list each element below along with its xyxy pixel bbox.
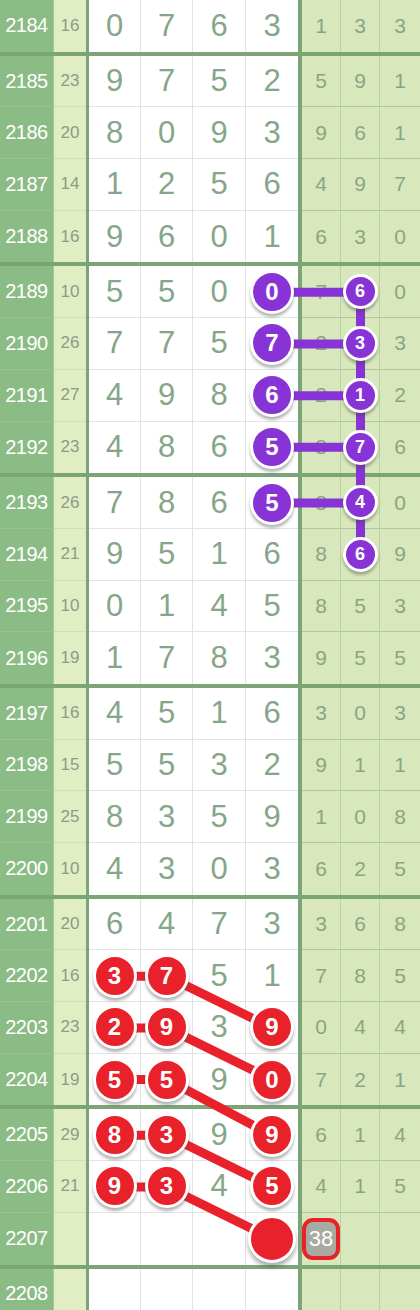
period-number-value: 2197 xyxy=(5,702,48,725)
right-digit-2: 9 xyxy=(341,56,380,108)
right-digit-1: 9 xyxy=(302,632,341,684)
main-digit-2-value: 5 xyxy=(158,274,175,310)
right-digit-1-value: 7 xyxy=(315,1068,327,1092)
right-digit-1: 7 xyxy=(302,266,341,318)
main-digit-2: 7 xyxy=(141,56,193,108)
main-digit-1: 8 xyxy=(89,791,141,843)
sum-value: 23 xyxy=(54,56,86,108)
main-digit-2-value: 6 xyxy=(158,219,175,255)
sum-value-value: 20 xyxy=(61,914,80,934)
right-digit-3-value: 7 xyxy=(394,172,406,196)
right-digit-1: 7 xyxy=(302,950,341,1002)
right-digit-3-value: 9 xyxy=(394,542,406,566)
right-digit-2: 4 xyxy=(341,477,380,529)
right-digit-2-value: 0 xyxy=(354,701,366,725)
sum-value-value: 19 xyxy=(61,1070,80,1090)
main-digit-3-value: 6 xyxy=(210,429,227,465)
sum-value: 16 xyxy=(54,688,86,740)
right-digit-3: 5 xyxy=(380,950,420,1002)
right-digit-1-value: 4 xyxy=(315,172,327,196)
period-number: 2199 xyxy=(0,791,54,843)
sum-value-value: 10 xyxy=(61,859,80,879)
main-digit-4: 5 xyxy=(246,1161,298,1213)
main-digit-4: 6 xyxy=(246,688,298,740)
period-number: 2184 xyxy=(0,0,54,52)
main-digit-3: 8 xyxy=(193,632,246,684)
main-digit-4-value: 3 xyxy=(263,851,280,887)
period-number: 2206 xyxy=(0,1161,54,1213)
main-digit-4: 0 xyxy=(246,1054,298,1106)
main-digit-2: 9 xyxy=(141,1002,193,1054)
main-digit-2: 3 xyxy=(141,1161,193,1213)
right-digit-1: 7 xyxy=(302,1054,341,1106)
right-digit-3: 0 xyxy=(380,266,420,318)
right-digit-2-value: 6 xyxy=(354,912,366,936)
right-digit-3: 1 xyxy=(380,107,420,159)
right-digit-1: 2 xyxy=(302,318,341,370)
red-circle-digit: 3 xyxy=(93,954,137,998)
right-digit-1-value: 5 xyxy=(315,69,327,93)
main-digit-1: 3 xyxy=(89,950,141,1002)
red-circle-digit: 3 xyxy=(145,1164,189,1208)
right-digit-2: 3 xyxy=(341,0,380,52)
right-digit-1: 6 xyxy=(302,1109,341,1161)
main-digit-4-value: 2 xyxy=(263,63,280,99)
right-digit-3: 9 xyxy=(380,529,420,581)
right-digit-1: 5 xyxy=(302,56,341,108)
sum-value-value: 15 xyxy=(61,755,80,775)
period-number: 2185 xyxy=(0,56,54,108)
right-digit-3-value: 2 xyxy=(394,383,406,407)
row-2204: 2204195590721 xyxy=(0,1054,420,1106)
right-digit-2: 6 xyxy=(341,899,380,951)
right-digit-1: 8 xyxy=(302,581,341,633)
main-digit-1: 4 xyxy=(89,843,141,895)
main-digit-1: 2 xyxy=(89,1002,141,1054)
right-digit-3-value: 3 xyxy=(394,331,406,355)
purple-circle-digit: 0 xyxy=(250,270,294,314)
right-digit-3: 3 xyxy=(380,581,420,633)
right-digit-1-value: 7 xyxy=(315,280,327,304)
main-digit-2: 6 xyxy=(141,211,193,263)
period-number: 2196 xyxy=(0,632,54,684)
period-number: 2194 xyxy=(0,529,54,581)
right-digit-1-value: 9 xyxy=(315,753,327,777)
main-digit-1: 6 xyxy=(89,899,141,951)
main-digit-4 xyxy=(246,1213,298,1265)
purple-circle-digit: 6 xyxy=(343,274,378,309)
main-digit-4 xyxy=(246,1269,298,1310)
right-digit-3: 3 xyxy=(380,0,420,52)
period-number-value: 2204 xyxy=(5,1068,48,1091)
period-number: 2202 xyxy=(0,950,54,1002)
right-digit-2-value: 9 xyxy=(354,172,366,196)
main-digit-3 xyxy=(193,1213,246,1265)
main-digit-1: 1 xyxy=(89,159,141,211)
period-number-value: 2186 xyxy=(5,121,48,144)
sum-value: 29 xyxy=(54,1109,86,1161)
right-digit-2: 2 xyxy=(341,843,380,895)
right-digit-2-value: 8 xyxy=(354,964,366,988)
main-digit-2-value: 5 xyxy=(158,747,175,783)
main-digit-2: 5 xyxy=(141,1054,193,1106)
right-digit-1: 3 xyxy=(302,899,341,951)
period-number: 2201 xyxy=(0,899,54,951)
sum-value: 20 xyxy=(54,899,86,951)
main-digit-1: 9 xyxy=(89,211,141,263)
right-digit-3: 3 xyxy=(380,318,420,370)
sum-value-value: 21 xyxy=(61,1176,80,1196)
main-digit-3-value: 0 xyxy=(210,274,227,310)
main-digit-3-value: 7 xyxy=(210,906,227,942)
period-number: 2197 xyxy=(0,688,54,740)
main-digit-4-value: 6 xyxy=(263,166,280,202)
period-number: 2195 xyxy=(0,581,54,633)
main-digit-4-value: 3 xyxy=(263,8,280,44)
main-digit-2: 7 xyxy=(141,632,193,684)
sum-value-value: 23 xyxy=(61,1017,80,1037)
period-number-value: 2196 xyxy=(5,647,48,670)
red-circle-digit: 9 xyxy=(250,1005,294,1049)
right-digit-1-value: 6 xyxy=(315,857,327,881)
main-digit-3-value: 8 xyxy=(210,377,227,413)
main-digit-3: 5 xyxy=(193,159,246,211)
main-digit-3-value: 9 xyxy=(210,1062,227,1098)
red-circle-digit: 2 xyxy=(93,1005,137,1049)
main-digit-2: 5 xyxy=(141,688,193,740)
row-2194: 2194219516869 xyxy=(0,529,420,581)
main-digit-1: 5 xyxy=(89,266,141,318)
main-digit-4-value: 6 xyxy=(263,695,280,731)
main-digit-1: 7 xyxy=(89,318,141,370)
main-digit-4: 0 xyxy=(246,266,298,318)
right-digit-1: 6 xyxy=(302,843,341,895)
right-digit-1-value: 1 xyxy=(315,14,327,38)
right-digit-2: 6 xyxy=(341,529,380,581)
right-digit-3-value: 3 xyxy=(394,701,406,725)
main-digit-3-value: 9 xyxy=(210,115,227,151)
right-digit-2-value: 2 xyxy=(354,1068,366,1092)
main-digit-1: 8 xyxy=(89,107,141,159)
main-digit-4: 1 xyxy=(246,211,298,263)
period-number-value: 2184 xyxy=(5,14,48,37)
period-number-value: 2198 xyxy=(5,753,48,776)
sum-value: 16 xyxy=(54,211,86,263)
main-digit-4-value: 9 xyxy=(263,799,280,835)
right-digit-2 xyxy=(341,1213,380,1265)
sum-value xyxy=(54,1213,86,1265)
right-digit-3-value: 8 xyxy=(394,912,406,936)
main-digit-4-value: 2 xyxy=(263,747,280,783)
main-digit-4: 3 xyxy=(246,107,298,159)
right-digit-3-value: 3 xyxy=(394,14,406,38)
red-circle-digit: 9 xyxy=(250,1113,294,1157)
lottery-trend-board: 2184160763133218523975259121862080939612… xyxy=(0,0,420,1310)
sum-value-value: 10 xyxy=(61,596,80,616)
right-digit-3: 3 xyxy=(380,688,420,740)
main-digit-2-value: 3 xyxy=(158,851,175,887)
main-digit-2: 5 xyxy=(141,529,193,581)
right-digit-2: 1 xyxy=(341,1109,380,1161)
main-digit-1: 0 xyxy=(89,581,141,633)
sum-value-value: 21 xyxy=(61,544,80,564)
main-digit-2: 9 xyxy=(141,370,193,422)
main-digit-1-value: 0 xyxy=(106,8,123,44)
main-digit-4-value: 3 xyxy=(263,115,280,151)
right-digit-1: 2 xyxy=(302,370,341,422)
main-digit-4: 6 xyxy=(246,159,298,211)
row-2187: 2187141256497 xyxy=(0,159,420,211)
main-digit-1: 0 xyxy=(89,0,141,52)
main-digit-3: 9 xyxy=(193,1109,246,1161)
period-number: 2200 xyxy=(0,843,54,895)
main-digit-1-value: 4 xyxy=(106,377,123,413)
main-digit-3: 6 xyxy=(193,422,246,474)
red-circle-digit: 9 xyxy=(93,1164,137,1208)
main-digit-1: 7 xyxy=(89,477,141,529)
sum-value-value: 16 xyxy=(61,227,80,247)
period-number-value: 2199 xyxy=(5,805,48,828)
right-digit-2: 1 xyxy=(341,740,380,792)
right-digit-3: 1 xyxy=(380,1054,420,1106)
main-digit-3-value: 0 xyxy=(210,851,227,887)
right-digit-2-value: 4 xyxy=(354,1015,366,1039)
right-digit-3-value: 4 xyxy=(394,1015,406,1039)
period-number: 2208 xyxy=(0,1269,54,1310)
period-number: 2207 xyxy=(0,1213,54,1265)
period-number: 2191 xyxy=(0,370,54,422)
row-2184: 2184160763133 xyxy=(0,0,420,52)
period-number-value: 2208 xyxy=(5,1282,48,1305)
right-digit-1-value: 2 xyxy=(315,383,327,407)
right-digit-2: 1 xyxy=(341,1161,380,1213)
row-2201: 2201206473368 xyxy=(0,899,420,951)
right-digit-3-value: 1 xyxy=(394,753,406,777)
main-digit-1-value: 4 xyxy=(106,851,123,887)
main-digit-3: 0 xyxy=(193,266,246,318)
main-digit-3: 9 xyxy=(193,107,246,159)
main-digit-3: 0 xyxy=(193,211,246,263)
main-digit-2: 0 xyxy=(141,107,193,159)
sum-value: 25 xyxy=(54,791,86,843)
main-digit-1: 8 xyxy=(89,1109,141,1161)
right-digit-1: 8 xyxy=(302,529,341,581)
sum-value: 14 xyxy=(54,159,86,211)
period-number-value: 2187 xyxy=(5,173,48,196)
right-digit-3: 7 xyxy=(380,159,420,211)
main-digit-2: 8 xyxy=(141,477,193,529)
right-digit-1-value: 1 xyxy=(315,805,327,829)
main-digit-1: 9 xyxy=(89,529,141,581)
right-digit-3-value: 0 xyxy=(394,225,406,249)
right-digit-3-value: 1 xyxy=(394,69,406,93)
main-digit-3-value: 5 xyxy=(210,63,227,99)
main-digit-1-value: 5 xyxy=(106,274,123,310)
main-digit-2: 7 xyxy=(141,0,193,52)
sum-value: 20 xyxy=(54,107,86,159)
main-digit-2-value: 7 xyxy=(158,640,175,676)
period-number-value: 2185 xyxy=(5,70,48,93)
miss-count-badge: 38 xyxy=(302,1218,340,1260)
right-digit-2-value: 1 xyxy=(354,1123,366,1147)
right-digit-1-value: 6 xyxy=(315,225,327,249)
red-circle-digit: 5 xyxy=(250,1164,294,1208)
row-2192: 2192234865876 xyxy=(0,422,420,474)
right-digit-2-value: 1 xyxy=(354,753,366,777)
right-digit-1-value: 6 xyxy=(315,1123,327,1147)
main-digit-3: 9 xyxy=(193,1054,246,1106)
main-digit-2: 5 xyxy=(141,740,193,792)
main-digit-4: 9 xyxy=(246,1002,298,1054)
main-digit-2-value: 8 xyxy=(158,485,175,521)
main-digit-1: 9 xyxy=(89,1161,141,1213)
main-digit-3-value: 5 xyxy=(210,325,227,361)
red-circle-digit: 7 xyxy=(145,954,189,998)
main-digit-2-value: 1 xyxy=(158,588,175,624)
main-digit-2-value: 3 xyxy=(158,799,175,835)
right-digit-2: 0 xyxy=(341,791,380,843)
right-digit-3-value: 5 xyxy=(394,857,406,881)
right-digit-2-value: 0 xyxy=(354,805,366,829)
right-digit-1: 9 xyxy=(302,740,341,792)
main-digit-3: 6 xyxy=(193,0,246,52)
main-digit-2-value: 7 xyxy=(158,325,175,361)
sum-value: 21 xyxy=(54,1161,86,1213)
right-digit-1: 8 xyxy=(302,477,341,529)
sum-value xyxy=(54,1269,86,1310)
main-digit-1 xyxy=(89,1269,141,1310)
purple-circle-digit: 5 xyxy=(250,425,294,469)
row-2193: 2193267865840 xyxy=(0,477,420,529)
main-digit-2: 7 xyxy=(141,950,193,1002)
period-number-value: 2190 xyxy=(5,332,48,355)
main-digit-4: 3 xyxy=(246,632,298,684)
sum-value: 21 xyxy=(54,529,86,581)
right-digit-1: 1 xyxy=(302,791,341,843)
right-digit-1-value: 8 xyxy=(315,594,327,618)
sum-value: 23 xyxy=(54,1002,86,1054)
right-digit-1-value: 8 xyxy=(315,542,327,566)
main-digit-3-value: 8 xyxy=(210,640,227,676)
right-digit-1: 6 xyxy=(302,211,341,263)
main-digit-3: 4 xyxy=(193,1161,246,1213)
purple-circle-digit: 7 xyxy=(250,321,294,365)
row-2202: 2202163751785 xyxy=(0,950,420,1002)
row-2198: 2198155532911 xyxy=(0,740,420,792)
main-digit-2-value: 0 xyxy=(158,115,175,151)
main-digit-2-value: 9 xyxy=(158,377,175,413)
right-digit-1-value: 7 xyxy=(315,964,327,988)
main-digit-2-value: 8 xyxy=(158,429,175,465)
sum-value-value: 16 xyxy=(61,16,80,36)
main-digit-2-value: 7 xyxy=(158,63,175,99)
sum-value-value: 25 xyxy=(61,807,80,827)
main-digit-1-value: 8 xyxy=(106,115,123,151)
right-digit-1-value: 3 xyxy=(315,912,327,936)
right-digit-1-value: 8 xyxy=(315,435,327,459)
right-digit-1-value: 0 xyxy=(315,1015,327,1039)
main-digit-3-value: 3 xyxy=(210,747,227,783)
right-digit-1-value: 2 xyxy=(315,331,327,355)
right-digit-1: 38 xyxy=(302,1213,341,1265)
main-digit-4-value: 1 xyxy=(263,219,280,255)
right-digit-3: 4 xyxy=(380,1109,420,1161)
main-digit-4-value: 5 xyxy=(263,588,280,624)
right-digit-3-value: 1 xyxy=(394,121,406,145)
right-digit-2-value: 6 xyxy=(354,121,366,145)
right-digit-2-value: 1 xyxy=(354,1174,366,1198)
sum-value: 16 xyxy=(54,950,86,1002)
main-digit-3: 8 xyxy=(193,370,246,422)
right-digit-3: 0 xyxy=(380,211,420,263)
row-2191: 2191274986212 xyxy=(0,370,420,422)
main-digit-2-value: 5 xyxy=(158,536,175,572)
sum-value: 15 xyxy=(54,740,86,792)
main-digit-3-value: 5 xyxy=(210,166,227,202)
main-digit-1-value: 6 xyxy=(106,906,123,942)
purple-circle-digit: 7 xyxy=(343,430,378,465)
main-digit-4: 2 xyxy=(246,740,298,792)
right-digit-3-value: 0 xyxy=(394,280,406,304)
main-digit-2: 4 xyxy=(141,899,193,951)
main-digit-3-value: 9 xyxy=(210,1117,227,1153)
right-digit-3: 0 xyxy=(380,477,420,529)
sum-value-value: 26 xyxy=(61,493,80,513)
sum-value: 19 xyxy=(54,1054,86,1106)
period-number: 2192 xyxy=(0,422,54,474)
main-digit-3: 5 xyxy=(193,950,246,1002)
main-digit-3 xyxy=(193,1269,246,1310)
main-digit-1-value: 7 xyxy=(106,485,123,521)
purple-circle-digit: 1 xyxy=(343,378,378,413)
red-circle-digit: 9 xyxy=(145,1005,189,1049)
right-digit-3-value: 6 xyxy=(394,435,406,459)
main-digit-2: 2 xyxy=(141,159,193,211)
period-number: 2186 xyxy=(0,107,54,159)
main-digit-4: 6 xyxy=(246,529,298,581)
main-digit-4: 5 xyxy=(246,422,298,474)
right-digit-2: 4 xyxy=(341,1002,380,1054)
red-circle-digit: 3 xyxy=(145,1113,189,1157)
right-digit-2: 1 xyxy=(341,370,380,422)
sum-value-value: 16 xyxy=(61,966,80,986)
right-digit-2: 2 xyxy=(341,1054,380,1106)
main-digit-4-value: 3 xyxy=(263,906,280,942)
period-number: 2203 xyxy=(0,1002,54,1054)
purple-circle-digit: 6 xyxy=(250,373,294,417)
row-2205: 2205298399614 xyxy=(0,1109,420,1161)
sum-value-value: 20 xyxy=(61,123,80,143)
main-digit-1: 9 xyxy=(89,56,141,108)
main-digit-4-value: 1 xyxy=(263,958,280,994)
right-digit-1: 9 xyxy=(302,107,341,159)
right-digit-2: 9 xyxy=(341,159,380,211)
main-digit-4: 2 xyxy=(246,56,298,108)
main-digit-2-value: 4 xyxy=(158,906,175,942)
sum-value-value: 23 xyxy=(61,71,80,91)
main-digit-1: 5 xyxy=(89,740,141,792)
main-digit-3-value: 0 xyxy=(210,219,227,255)
main-digit-1-value: 7 xyxy=(106,325,123,361)
sum-value: 23 xyxy=(54,422,86,474)
row-2188: 2188169601630 xyxy=(0,211,420,263)
main-digit-3-value: 5 xyxy=(210,958,227,994)
main-digit-3-value: 6 xyxy=(210,8,227,44)
main-digit-3: 5 xyxy=(193,318,246,370)
right-digit-2-value: 5 xyxy=(354,646,366,670)
right-digit-3: 5 xyxy=(380,843,420,895)
main-digit-3: 7 xyxy=(193,899,246,951)
